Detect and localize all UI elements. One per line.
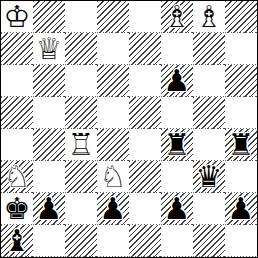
square-b2[interactable]: ♟ (33, 193, 65, 225)
square-b6[interactable] (33, 65, 65, 97)
square-b8[interactable] (33, 1, 65, 33)
square-e5[interactable] (129, 97, 161, 129)
piece-black-pawn-b2: ♟ (33, 193, 65, 225)
square-d6[interactable] (97, 65, 129, 97)
square-h3[interactable] (225, 161, 257, 193)
square-f1[interactable] (161, 225, 193, 257)
square-b1[interactable] (33, 225, 65, 257)
piece-white-rook-c4: ♖ (65, 129, 97, 161)
piece-white-bishop-g8: ♗ (193, 1, 225, 33)
square-a6[interactable] (1, 65, 33, 97)
square-c5[interactable] (65, 97, 97, 129)
piece-black-pawn-d2: ♟ (97, 193, 129, 225)
square-b3[interactable] (33, 161, 65, 193)
square-g4[interactable] (193, 129, 225, 161)
square-f6[interactable]: ♟ (161, 65, 193, 97)
square-h1[interactable] (225, 225, 257, 257)
piece-white-knight-a3: ♘ (1, 161, 33, 193)
square-f8[interactable]: ♝♗ (161, 1, 193, 33)
square-f4[interactable]: ♜ (161, 129, 193, 161)
square-e3[interactable] (129, 161, 161, 193)
square-a1[interactable]: ♝ (1, 225, 33, 257)
square-f5[interactable] (161, 97, 193, 129)
piece-black-pawn-f6: ♟ (161, 65, 193, 97)
square-g8[interactable]: ♝♗ (193, 1, 225, 33)
piece-black-rook-f4: ♜ (161, 129, 193, 161)
piece-black-bishop-a1: ♝ (1, 225, 33, 257)
piece-black-pawn-h2: ♟ (225, 193, 257, 225)
square-a5[interactable] (1, 97, 33, 129)
square-c8[interactable] (65, 1, 97, 33)
square-a7[interactable] (1, 33, 33, 65)
square-c2[interactable] (65, 193, 97, 225)
square-c6[interactable] (65, 65, 97, 97)
square-d4[interactable] (97, 129, 129, 161)
square-g5[interactable] (193, 97, 225, 129)
square-h5[interactable] (225, 97, 257, 129)
square-d1[interactable] (97, 225, 129, 257)
square-f3[interactable] (161, 161, 193, 193)
square-b7[interactable]: ♛♕ (33, 33, 65, 65)
square-g1[interactable] (193, 225, 225, 257)
square-h2[interactable]: ♟ (225, 193, 257, 225)
chess-board: ♚♔♝♗♝♗♛♕♟♜♖♜♜♞♘♞♘♛♚♟♟♟♟♝ (0, 0, 258, 258)
piece-white-knight-d3: ♘ (97, 161, 129, 193)
piece-black-queen-g3: ♛ (193, 161, 225, 193)
square-c7[interactable] (65, 33, 97, 65)
piece-black-pawn-f2: ♟ (161, 193, 193, 225)
piece-white-king-a8: ♔ (1, 1, 33, 33)
square-a8[interactable]: ♚♔ (1, 1, 33, 33)
square-a2[interactable]: ♚ (1, 193, 33, 225)
square-f2[interactable]: ♟ (161, 193, 193, 225)
square-c3[interactable] (65, 161, 97, 193)
square-b4[interactable] (33, 129, 65, 161)
square-e8[interactable] (129, 1, 161, 33)
square-e4[interactable] (129, 129, 161, 161)
square-e6[interactable] (129, 65, 161, 97)
piece-black-rook-h4: ♜ (225, 129, 257, 161)
square-d3[interactable]: ♞♘ (97, 161, 129, 193)
square-g6[interactable] (193, 65, 225, 97)
square-c4[interactable]: ♜♖ (65, 129, 97, 161)
square-g3[interactable]: ♛ (193, 161, 225, 193)
square-a3[interactable]: ♞♘ (1, 161, 33, 193)
square-d2[interactable]: ♟ (97, 193, 129, 225)
square-b5[interactable] (33, 97, 65, 129)
square-d7[interactable] (97, 33, 129, 65)
square-a4[interactable] (1, 129, 33, 161)
piece-white-bishop-f8: ♗ (161, 1, 193, 33)
square-g2[interactable] (193, 193, 225, 225)
square-c1[interactable] (65, 225, 97, 257)
piece-white-queen-b7: ♕ (33, 33, 65, 65)
square-f7[interactable] (161, 33, 193, 65)
square-d5[interactable] (97, 97, 129, 129)
piece-black-king-a2: ♚ (1, 193, 33, 225)
square-h4[interactable]: ♜ (225, 129, 257, 161)
square-e2[interactable] (129, 193, 161, 225)
square-h6[interactable] (225, 65, 257, 97)
square-e7[interactable] (129, 33, 161, 65)
square-h7[interactable] (225, 33, 257, 65)
square-h8[interactable] (225, 1, 257, 33)
square-g7[interactable] (193, 33, 225, 65)
square-d8[interactable] (97, 1, 129, 33)
square-e1[interactable] (129, 225, 161, 257)
